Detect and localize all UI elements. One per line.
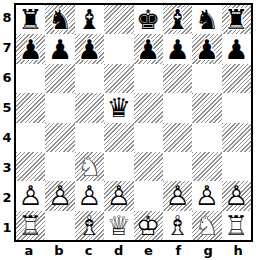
piece-wP-h2[interactable]: ♙ [222,181,251,210]
square-h7[interactable]: ♟ [222,34,251,63]
rank-label-6: 6 [0,63,14,93]
file-label-a: a [14,241,44,260]
square-h3[interactable] [222,152,251,181]
piece-bP-c7[interactable]: ♟ [75,34,104,63]
piece-wR-h1[interactable]: ♖ [222,211,251,240]
piece-bN-b8[interactable]: ♞ [45,5,74,34]
square-b3[interactable] [45,152,74,181]
file-label-c: c [74,241,104,260]
piece-bP-b7[interactable]: ♟ [45,34,74,63]
rank-label-2: 2 [0,182,14,212]
square-c1[interactable]: ♝♗ [75,211,104,240]
rank-label-8: 8 [0,3,14,33]
piece-wP-a2[interactable]: ♙ [16,181,45,210]
piece-wQ-d1[interactable]: ♕ [104,211,133,240]
square-f4[interactable] [163,123,192,152]
square-d6[interactable] [104,64,133,93]
square-a6[interactable] [16,64,45,93]
file-labels: abcdefgh [14,241,253,260]
piece-bP-e7[interactable]: ♟ [134,34,163,63]
piece-wP-g2[interactable]: ♙ [192,181,221,210]
piece-wK-e1[interactable]: ♔ [134,211,163,240]
piece-wP-f2[interactable]: ♙ [163,181,192,210]
square-e2[interactable] [134,181,163,210]
rank-label-4: 4 [0,123,14,153]
square-b4[interactable] [45,123,74,152]
rank-label-3: 3 [0,152,14,182]
square-g1[interactable]: ♞♘ [192,211,221,240]
square-a4[interactable] [16,123,45,152]
piece-bP-g7[interactable]: ♟ [192,34,221,63]
square-d1[interactable]: ♛♕ [104,211,133,240]
square-c4[interactable] [75,123,104,152]
square-h5[interactable] [222,93,251,122]
square-g3[interactable] [192,152,221,181]
piece-wB-c1[interactable]: ♗ [75,211,104,240]
square-c2[interactable]: ♟♙ [75,181,104,210]
square-e8[interactable]: ♚ [134,5,163,34]
board: ♜♞♝♚♝♞♜♟♟♟♟♟♟♟♛♞♘♟♙♟♙♟♙♟♙♟♙♟♙♟♙♜♖♝♗♛♕♚♔♝… [14,3,253,242]
piece-bB-c8[interactable]: ♝ [75,5,104,34]
square-d7[interactable] [104,34,133,63]
square-c8[interactable]: ♝ [75,5,104,34]
piece-wP-d2[interactable]: ♙ [104,181,133,210]
square-h2[interactable]: ♟♙ [222,181,251,210]
piece-bQ-d5[interactable]: ♛ [104,93,133,122]
square-c5[interactable] [75,93,104,122]
square-b6[interactable] [45,64,74,93]
square-d5[interactable]: ♛ [104,93,133,122]
square-d2[interactable]: ♟♙ [104,181,133,210]
file-label-f: f [163,241,193,260]
square-b2[interactable]: ♟♙ [45,181,74,210]
piece-bK-e8[interactable]: ♚ [134,5,163,34]
square-c3[interactable]: ♞♘ [75,152,104,181]
square-f1[interactable]: ♝♗ [163,211,192,240]
square-f6[interactable] [163,64,192,93]
square-a1[interactable]: ♜♖ [16,211,45,240]
square-e3[interactable] [134,152,163,181]
square-d3[interactable] [104,152,133,181]
square-e4[interactable] [134,123,163,152]
square-c7[interactable]: ♟ [75,34,104,63]
piece-wB-f1[interactable]: ♗ [163,211,192,240]
rank-label-1: 1 [0,212,14,242]
square-e1[interactable]: ♚♔ [134,211,163,240]
square-a2[interactable]: ♟♙ [16,181,45,210]
piece-wN-g1[interactable]: ♘ [192,211,221,240]
piece-bR-h8[interactable]: ♜ [222,5,251,34]
piece-bR-a8[interactable]: ♜ [16,5,45,34]
file-label-g: g [193,241,223,260]
square-e5[interactable] [134,93,163,122]
square-h1[interactable]: ♜♖ [222,211,251,240]
square-d4[interactable] [104,123,133,152]
piece-bP-h7[interactable]: ♟ [222,34,251,63]
piece-bP-a7[interactable]: ♟ [16,34,45,63]
square-b8[interactable]: ♞ [45,5,74,34]
piece-wP-b2[interactable]: ♙ [45,181,74,210]
square-a8[interactable]: ♜ [16,5,45,34]
square-c6[interactable] [75,64,104,93]
piece-wN-c3[interactable]: ♘ [75,152,104,181]
rank-labels: 87654321 [0,3,14,242]
square-h8[interactable]: ♜ [222,5,251,34]
chess-diagram: 87654321 ♜♞♝♚♝♞♜♟♟♟♟♟♟♟♛♞♘♟♙♟♙♟♙♟♙♟♙♟♙♟♙… [0,0,260,260]
square-d8[interactable] [104,5,133,34]
piece-bP-f7[interactable]: ♟ [163,34,192,63]
square-b1[interactable] [45,211,74,240]
file-label-h: h [223,241,253,260]
square-f8[interactable]: ♝ [163,5,192,34]
piece-wP-c2[interactable]: ♙ [75,181,104,210]
square-a5[interactable] [16,93,45,122]
square-a3[interactable] [16,152,45,181]
square-g8[interactable]: ♞ [192,5,221,34]
square-f5[interactable] [163,93,192,122]
rank-label-5: 5 [0,93,14,123]
piece-wR-a1[interactable]: ♖ [16,211,45,240]
square-e7[interactable]: ♟ [134,34,163,63]
file-label-d: d [104,241,134,260]
piece-bN-g8[interactable]: ♞ [192,5,221,34]
square-b5[interactable] [45,93,74,122]
square-g2[interactable]: ♟♙ [192,181,221,210]
square-f7[interactable]: ♟ [163,34,192,63]
square-g7[interactable]: ♟ [192,34,221,63]
file-label-e: e [134,241,164,260]
square-e6[interactable] [134,64,163,93]
square-f2[interactable]: ♟♙ [163,181,192,210]
rank-label-7: 7 [0,33,14,63]
piece-bB-f8[interactable]: ♝ [163,5,192,34]
square-b7[interactable]: ♟ [45,34,74,63]
square-h4[interactable] [222,123,251,152]
square-g4[interactable] [192,123,221,152]
file-label-b: b [44,241,74,260]
square-g5[interactable] [192,93,221,122]
square-g6[interactable] [192,64,221,93]
square-f3[interactable] [163,152,192,181]
square-a7[interactable]: ♟ [16,34,45,63]
square-h6[interactable] [222,64,251,93]
